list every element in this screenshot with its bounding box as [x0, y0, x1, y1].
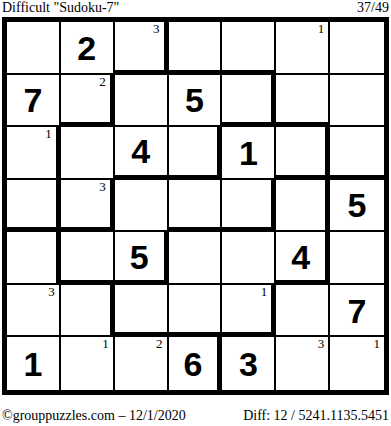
cell-r3c5[interactable]: 1: [222, 127, 276, 180]
cell-r5c5[interactable]: [222, 232, 276, 285]
puzzle-title: Difficult "Sudoku-7": [2, 0, 119, 16]
cell-r1c6[interactable]: 1: [276, 22, 330, 75]
cell-r3c7[interactable]: [330, 127, 384, 180]
given-digit: 7: [23, 82, 42, 117]
given-digit: 4: [291, 239, 310, 274]
cell-r2c1[interactable]: 7: [7, 75, 61, 128]
cell-r1c2[interactable]: 2: [61, 22, 115, 75]
cell-r1c4[interactable]: [169, 22, 223, 75]
corner-mark: 3: [99, 179, 106, 195]
given-digit: 5: [348, 187, 367, 222]
corner-mark: 1: [45, 126, 52, 142]
cell-r1c1[interactable]: [7, 22, 61, 75]
cell-r2c7[interactable]: [330, 75, 384, 128]
corner-mark: 1: [318, 21, 325, 37]
cell-r2c5[interactable]: [222, 75, 276, 128]
cell-r2c4[interactable]: 5: [169, 75, 223, 128]
cell-r4c4[interactable]: [169, 180, 223, 233]
corner-mark: 1: [374, 336, 381, 352]
cell-r4c2[interactable]: 3: [61, 180, 115, 233]
corner-mark: 3: [48, 284, 55, 300]
cell-r3c4[interactable]: [169, 127, 223, 180]
corner-mark: 3: [153, 21, 160, 37]
cell-r4c5[interactable]: [222, 180, 276, 233]
puzzle-counter: 37/49: [357, 0, 389, 16]
cell-r6c2[interactable]: [61, 285, 115, 338]
given-digit: 3: [239, 346, 258, 381]
cell-r4c6[interactable]: [276, 180, 330, 233]
cell-r4c1[interactable]: [7, 180, 61, 233]
sudoku-board: 23172514135543171126331: [2, 17, 389, 395]
cell-r2c3[interactable]: [115, 75, 169, 128]
cell-r5c3[interactable]: 5: [115, 232, 169, 285]
given-digit: 1: [23, 346, 42, 381]
cell-r5c2[interactable]: [61, 232, 115, 285]
cell-r7c2[interactable]: 1: [61, 337, 115, 390]
cell-r5c1[interactable]: [7, 232, 61, 285]
cell-r6c6[interactable]: [276, 285, 330, 338]
given-digit: 6: [184, 346, 203, 381]
cell-r3c3[interactable]: 4: [115, 127, 169, 180]
cell-r7c1[interactable]: 1: [7, 337, 61, 390]
cell-r6c4[interactable]: [169, 285, 223, 338]
cell-r3c6[interactable]: [276, 127, 330, 180]
cell-r5c4[interactable]: [169, 232, 223, 285]
cell-r6c3[interactable]: [115, 285, 169, 338]
cell-r5c7[interactable]: [330, 232, 384, 285]
corner-mark: 1: [261, 284, 268, 300]
cell-r1c5[interactable]: [222, 22, 276, 75]
given-digit: 5: [185, 82, 204, 117]
cell-r2c2[interactable]: 2: [61, 75, 115, 128]
corner-mark: 2: [99, 74, 106, 90]
given-digit: 1: [239, 135, 258, 170]
corner-mark: 1: [102, 336, 109, 352]
footer: ©grouppuzzles.com – 12/1/2020 Diff: 12 /…: [2, 408, 389, 424]
cell-r6c5[interactable]: 1: [222, 285, 276, 338]
cell-r7c5[interactable]: 3: [222, 337, 276, 390]
cell-r7c4[interactable]: 6: [169, 337, 223, 390]
cell-r1c3[interactable]: 3: [115, 22, 169, 75]
cell-r7c7[interactable]: 1: [330, 337, 384, 390]
header: Difficult "Sudoku-7" 37/49: [2, 0, 389, 17]
cell-r7c3[interactable]: 2: [115, 337, 169, 390]
cell-r7c6[interactable]: 3: [276, 337, 330, 390]
cell-r4c3[interactable]: [115, 180, 169, 233]
cell-r4c7[interactable]: 5: [330, 180, 384, 233]
copyright-date: ©grouppuzzles.com – 12/1/2020: [2, 408, 186, 424]
given-digit: 2: [77, 30, 96, 65]
cell-r6c7[interactable]: 7: [330, 285, 384, 338]
given-digit: 4: [131, 133, 150, 168]
given-digit: 7: [348, 293, 367, 328]
cell-r3c1[interactable]: 1: [7, 127, 61, 180]
corner-mark: 3: [318, 336, 325, 352]
cell-r2c6[interactable]: [276, 75, 330, 128]
cell-r1c7[interactable]: [330, 22, 384, 75]
difficulty-code: Diff: 12 / 5241.1135.5451: [243, 408, 389, 424]
cell-r3c2[interactable]: [61, 127, 115, 180]
cell-r5c6[interactable]: 4: [276, 232, 330, 285]
given-digit: 5: [130, 239, 149, 274]
cell-r6c1[interactable]: 3: [7, 285, 61, 338]
corner-mark: 2: [156, 336, 163, 352]
